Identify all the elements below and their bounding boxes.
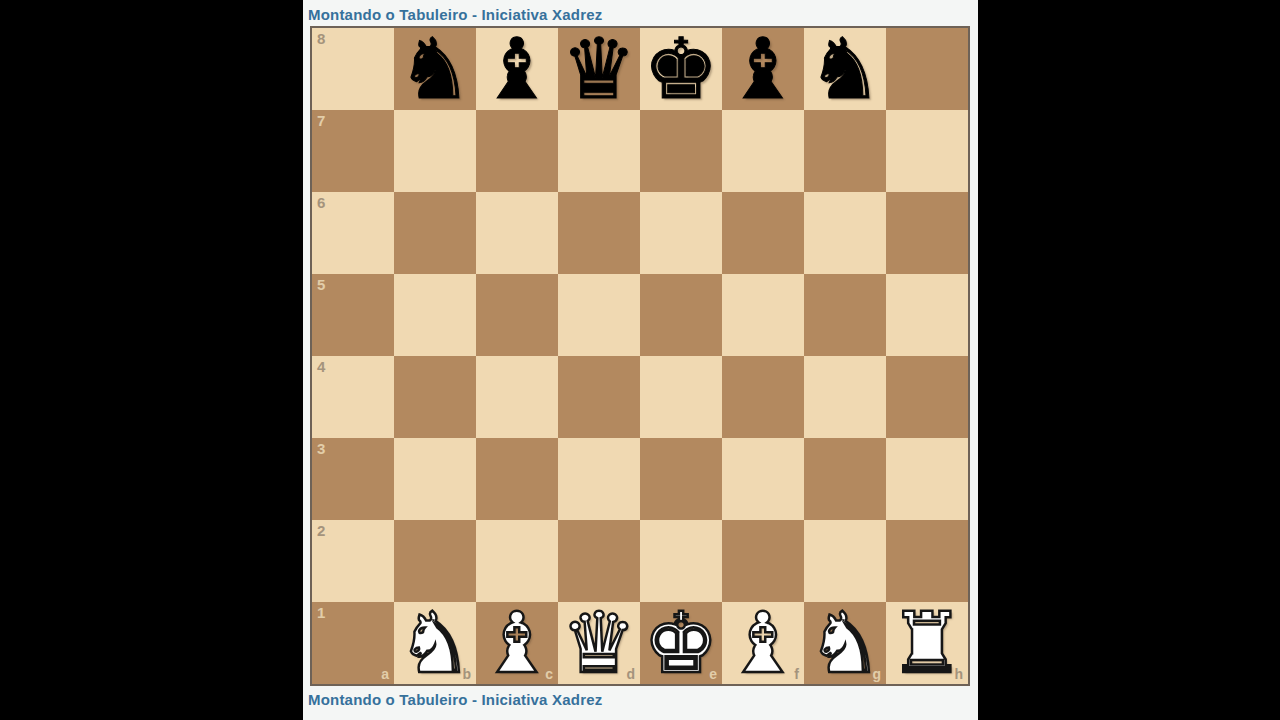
square-h4[interactable] (886, 356, 968, 438)
square-f7[interactable] (722, 110, 804, 192)
rank-label-7: 7 (317, 112, 325, 129)
square-g7[interactable] (804, 110, 886, 192)
square-c2[interactable] (476, 520, 558, 602)
square-h6[interactable] (886, 192, 968, 274)
square-a1[interactable]: 1a (312, 602, 394, 684)
square-h1[interactable]: h♜ (886, 602, 968, 684)
black-knight-b8: ♞ (397, 28, 472, 110)
square-c1[interactable]: c♝ (476, 602, 558, 684)
chess-board: 8♞♝♛♚♝♞7654321ab♞c♝d♛e♚f♝g♞h♜ (310, 26, 970, 686)
square-g8[interactable]: ♞ (804, 28, 886, 110)
square-b4[interactable] (394, 356, 476, 438)
square-c5[interactable] (476, 274, 558, 356)
square-a4[interactable]: 4 (312, 356, 394, 438)
square-f2[interactable] (722, 520, 804, 602)
square-a8[interactable]: 8 (312, 28, 394, 110)
square-e4[interactable] (640, 356, 722, 438)
white-knight-g1: ♞ (807, 602, 882, 684)
black-knight-g8: ♞ (807, 28, 882, 110)
rank-label-4: 4 (317, 358, 325, 375)
file-label-a: a (381, 666, 389, 682)
white-bishop-c1: ♝ (479, 602, 554, 684)
square-a6[interactable]: 6 (312, 192, 394, 274)
square-h3[interactable] (886, 438, 968, 520)
square-d6[interactable] (558, 192, 640, 274)
black-king-e8: ♚ (643, 28, 718, 110)
content-panel: Montando o Tabuleiro - Iniciativa Xadrez… (303, 0, 978, 720)
square-d1[interactable]: d♛ (558, 602, 640, 684)
square-g6[interactable] (804, 192, 886, 274)
square-c6[interactable] (476, 192, 558, 274)
square-b7[interactable] (394, 110, 476, 192)
square-d2[interactable] (558, 520, 640, 602)
square-d7[interactable] (558, 110, 640, 192)
square-e3[interactable] (640, 438, 722, 520)
white-rook-h1: ♜ (889, 602, 964, 684)
square-c3[interactable] (476, 438, 558, 520)
black-bishop-c8: ♝ (479, 28, 554, 110)
square-b2[interactable] (394, 520, 476, 602)
square-d8[interactable]: ♛ (558, 28, 640, 110)
square-a3[interactable]: 3 (312, 438, 394, 520)
square-b5[interactable] (394, 274, 476, 356)
black-bishop-f8: ♝ (725, 28, 800, 110)
square-b6[interactable] (394, 192, 476, 274)
square-h2[interactable] (886, 520, 968, 602)
square-g4[interactable] (804, 356, 886, 438)
square-d3[interactable] (558, 438, 640, 520)
square-e5[interactable] (640, 274, 722, 356)
white-king-e1: ♚ (643, 602, 718, 684)
square-d5[interactable] (558, 274, 640, 356)
square-h7[interactable] (886, 110, 968, 192)
square-b3[interactable] (394, 438, 476, 520)
rank-label-1: 1 (317, 604, 325, 621)
rank-label-5: 5 (317, 276, 325, 293)
square-g3[interactable] (804, 438, 886, 520)
square-b8[interactable]: ♞ (394, 28, 476, 110)
square-g1[interactable]: g♞ (804, 602, 886, 684)
white-queen-d1: ♛ (561, 602, 636, 684)
square-b1[interactable]: b♞ (394, 602, 476, 684)
square-d4[interactable] (558, 356, 640, 438)
square-c7[interactable] (476, 110, 558, 192)
square-a5[interactable]: 5 (312, 274, 394, 356)
square-f1[interactable]: f♝ (722, 602, 804, 684)
square-g2[interactable] (804, 520, 886, 602)
square-c8[interactable]: ♝ (476, 28, 558, 110)
square-e6[interactable] (640, 192, 722, 274)
rank-label-6: 6 (317, 194, 325, 211)
square-h5[interactable] (886, 274, 968, 356)
rank-label-2: 2 (317, 522, 325, 539)
rank-label-8: 8 (317, 30, 325, 47)
square-a7[interactable]: 7 (312, 110, 394, 192)
square-e2[interactable] (640, 520, 722, 602)
square-h8[interactable] (886, 28, 968, 110)
rank-label-3: 3 (317, 440, 325, 457)
square-f6[interactable] (722, 192, 804, 274)
black-queen-d8: ♛ (561, 28, 636, 110)
video-frame: Montando o Tabuleiro - Iniciativa Xadrez… (0, 0, 1280, 720)
square-g5[interactable] (804, 274, 886, 356)
square-c4[interactable] (476, 356, 558, 438)
square-f3[interactable] (722, 438, 804, 520)
square-f4[interactable] (722, 356, 804, 438)
square-a2[interactable]: 2 (312, 520, 394, 602)
white-knight-b1: ♞ (397, 602, 472, 684)
square-f8[interactable]: ♝ (722, 28, 804, 110)
square-e7[interactable] (640, 110, 722, 192)
white-bishop-f1: ♝ (725, 602, 800, 684)
square-f5[interactable] (722, 274, 804, 356)
square-e1[interactable]: e♚ (640, 602, 722, 684)
square-e8[interactable]: ♚ (640, 28, 722, 110)
